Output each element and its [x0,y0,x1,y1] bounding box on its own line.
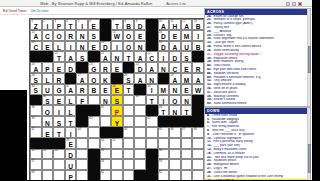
grid-cell[interactable] [181,159,193,170]
cell-number: 42 [31,128,34,131]
black-cell [65,73,77,84]
grid-cell[interactable]: T [146,95,158,106]
grid-cell[interactable]: 55 [100,149,112,160]
grid-cell[interactable]: 61 [100,170,112,180]
black-cell [158,116,170,127]
black-cell [146,149,158,160]
grid-cell[interactable]: S [181,51,193,62]
cell-number: 48 [194,128,197,131]
grid-cell[interactable]: U [181,41,193,52]
grid-cell[interactable]: 4T [65,19,77,30]
grid-cell[interactable]: 60 [30,170,42,180]
grid-cell[interactable]: 18D [100,41,112,52]
grid-cell[interactable]: 22C [146,51,158,62]
grid-cell[interactable]: 5I [76,19,88,30]
black-cell [88,159,100,170]
across-clues-box: ACROSS 24. Exam for college srs.25. Memb… [204,8,311,107]
black-cell [42,51,54,62]
grid-cell[interactable]: P [65,170,77,180]
grid-cell[interactable]: W [192,84,204,95]
cell-number: 56 [159,149,162,152]
grid-cell[interactable]: 16D [158,30,170,41]
cell-number: 39 [31,117,34,120]
down-clues-box: DOWN 4. Three-note chord5. Roadside lodg… [204,107,311,180]
grid-cell[interactable]: 20T [53,51,65,62]
grid-cell[interactable]: N [76,30,88,41]
grid-cell[interactable] [123,105,135,116]
clue-item[interactable]: 60. Slow-simmered entree [205,102,310,106]
grid-cell[interactable]: S [111,95,123,106]
grid-cell[interactable]: 47 [181,127,193,138]
cell-number: 57 [31,160,34,163]
grid-cell[interactable]: A [192,73,204,84]
black-cell [146,105,158,116]
grid-cell[interactable]: N [134,41,146,52]
grid-cell[interactable]: 3P [53,19,65,30]
grid-cell[interactable]: L [42,73,54,84]
grid-cell[interactable]: 25D [134,62,146,73]
black-cell [30,51,42,62]
grid-cell[interactable]: R [53,73,65,84]
cell-number: 59 [159,160,162,163]
grid-cell[interactable] [123,95,135,106]
black-cell [146,41,158,52]
grid-cell[interactable] [181,149,193,160]
grid-cell[interactable]: 39 [30,116,42,127]
grid-cell[interactable]: R [65,30,77,41]
grid-cell[interactable]: 38T [158,105,170,116]
grid-cell[interactable]: A [134,73,146,84]
grid-cell[interactable]: Y [111,116,123,127]
grid-cell[interactable]: E [88,41,100,52]
grid-cell[interactable]: N [42,116,54,127]
grid-cell[interactable]: R [76,84,88,95]
black-cell [100,127,112,138]
black-cell [111,73,123,84]
grid-cell[interactable]: 42 [30,127,42,138]
cell-number: 45 [159,128,162,131]
grid-cell[interactable]: N [100,95,112,106]
grid-cell[interactable] [192,159,204,170]
grid-cell[interactable] [169,149,181,160]
close-button[interactable] [298,2,302,6]
grid-cell[interactable]: N [169,84,181,95]
grid-cell[interactable]: 44 [123,127,135,138]
grid-cell[interactable]: N [111,51,123,62]
black-cell [100,30,112,41]
grid-cell[interactable]: 45 [158,127,170,138]
grid-cell[interactable]: O [42,105,54,116]
black-cell [158,73,170,84]
grid-cell[interactable]: N [169,105,181,116]
black-cell [53,138,65,149]
clue-item[interactable]: 32. Catch sight of [205,179,310,181]
cell-number: 58 [101,160,104,163]
grid-cell[interactable] [111,170,123,180]
grid-cell[interactable]: 1Z [30,19,42,30]
down-scrollbar[interactable] [307,108,310,180]
cell-number: 40 [89,117,92,120]
black-cell [192,105,204,116]
black-cell [76,105,88,116]
cell-number: 50 [101,139,104,142]
grid-cell[interactable] [192,149,204,160]
grid-cell[interactable]: 40 [88,116,100,127]
grid-cell[interactable]: I [111,41,123,52]
grid-cell[interactable] [76,159,88,170]
grid-cell[interactable]: 36 [30,105,42,116]
grid-cell[interactable]: I [192,30,204,41]
grid-cell[interactable]: T [65,116,77,127]
black-cell [42,138,54,149]
grid-cell[interactable]: 31A [65,84,77,95]
grid-cell[interactable]: D [65,149,77,160]
grid-cell[interactable]: M [181,73,193,84]
grid-cell[interactable]: 15W [111,30,123,41]
across-scrollbar-thumb[interactable] [308,46,311,73]
app-window: Web - By Shannon Rapp & Will Eisenberg /… [0,0,312,180]
black-cell [146,30,158,41]
grid-cell[interactable] [123,149,135,160]
grid-cell[interactable]: 53 [42,149,54,160]
grid-cell[interactable] [192,138,204,149]
grid-cell[interactable] [76,149,88,160]
black-cell [88,170,100,180]
grid-cell[interactable]: O [169,95,181,106]
black-cell [146,19,158,30]
grid-cell[interactable]: 28S [123,73,135,84]
black-cell [111,127,123,138]
black-cell [88,149,100,160]
grid-cell[interactable]: A [134,51,146,62]
grid-cell[interactable]: I [158,95,170,106]
grid-cell[interactable]: O [123,30,135,41]
grid-cell[interactable]: R [192,62,204,73]
cell-number: 44 [124,128,127,131]
toolbar-timer-label[interactable]: Ed Used Timer [3,9,27,13]
grid-cell[interactable] [134,116,146,127]
grid-cell[interactable]: T [53,127,65,138]
grid-cell[interactable]: U [65,159,77,170]
grid-cell[interactable]: E [181,84,193,95]
grid-cell[interactable] [76,138,88,149]
grid-cell[interactable]: S [76,51,88,62]
grid-cell[interactable]: E [100,84,112,95]
grid-cell[interactable]: L [53,41,65,52]
grid-cell[interactable]: S [88,30,100,41]
grid-cell[interactable]: 35 [134,95,146,106]
grid-cell[interactable]: B [88,84,100,95]
grid-cell[interactable]: N [146,73,158,84]
grid-cell[interactable]: 43 [76,127,88,138]
grid-cell[interactable] [53,159,65,170]
minimize-button[interactable] [286,2,290,6]
grid-cell[interactable]: 6E [88,19,100,30]
window-title: Web - By Shannon Rapp & Will Eisenberg /… [40,1,152,6]
grid-cell[interactable]: E [53,62,65,73]
grid-cell[interactable]: F [76,95,88,106]
grid-cell[interactable]: 11H [169,19,181,30]
cell-number: 36 [31,106,34,109]
grid-cell[interactable]: E [134,30,146,41]
crossword-grid[interactable]: 1Z2I3P4T5I6E7T8B9D10A11H12A13B14ACORNS15… [29,18,205,180]
black-cell [181,116,193,127]
grid-cell[interactable] [169,159,181,170]
grid-cell[interactable]: S [53,116,65,127]
grid-cell[interactable]: E [169,30,181,41]
black-cell [146,159,158,170]
grid-cell[interactable] [134,159,146,170]
grid-cell[interactable]: 14A [30,30,42,41]
grid-cell[interactable] [53,170,65,180]
across-scrollbar[interactable] [307,9,310,106]
cell-number: 35 [136,95,139,98]
cell-number: 41 [147,117,150,120]
grid-cell[interactable]: A [169,41,181,52]
grid-cell[interactable] [146,127,158,138]
grid-cell[interactable]: A [146,62,158,73]
grid-cell[interactable] [111,149,123,160]
grid-cell[interactable] [76,170,88,180]
grid-cell[interactable]: M [181,30,193,41]
grid-cell[interactable] [123,170,135,180]
grid-cell[interactable]: 41 [146,116,158,127]
grid-cell[interactable]: D [65,62,77,73]
down-scrollbar-thumb[interactable] [308,144,311,173]
cell-number: 46 [171,128,174,131]
grid-cell[interactable]: K [100,73,112,84]
cell-number: 52 [31,149,34,152]
grid-cell[interactable]: 51 [111,138,123,149]
cell-number: 60 [31,171,34,174]
grid-cell[interactable] [146,138,158,149]
across-clue-list[interactable]: 24. Exam for college srs.25. Member of a… [205,15,310,107]
black-cell [76,62,88,73]
grid-cell[interactable] [134,138,146,149]
grid-cell[interactable]: 9D [134,19,146,30]
grid-cell[interactable]: 62 [158,170,170,180]
grid-cell[interactable]: 27A [76,73,88,84]
grid-cell[interactable]: E [42,127,54,138]
grid-cell[interactable] [169,138,181,149]
grid-cell[interactable] [88,95,100,106]
title-bar: Web - By Shannon Rapp & Will Eisenberg /… [0,0,312,7]
grid-cell[interactable] [181,138,193,149]
grid-cell[interactable]: L [65,95,77,106]
grid-cell[interactable] [88,127,100,138]
grid-cell[interactable]: I [65,41,77,52]
cell-number: 43 [78,128,81,131]
cell-number: 54 [55,149,58,152]
grid-cell[interactable] [134,105,146,116]
grid-cell[interactable]: 7T [111,19,123,30]
grid-cell[interactable]: 29A [169,73,181,84]
grid-cell[interactable] [111,159,123,170]
grid-cell[interactable]: 30S [30,84,42,95]
window-title-app: Across Lite [166,1,186,6]
grid-cell[interactable]: 21A [100,51,112,62]
black-cell [192,95,204,106]
grid-cell[interactable]: I [53,105,65,116]
grid-cell[interactable] [192,170,204,180]
grid-cell[interactable]: T [123,84,135,95]
grid-cell[interactable]: 17C [30,41,42,52]
grid-cell[interactable]: M [158,84,170,95]
grid-cell[interactable]: 37 [100,105,112,116]
grid-cell[interactable]: E [181,62,193,73]
toolbar-timer-value: 0m 0s over [31,9,49,13]
grid-cell[interactable]: 8B [123,19,135,30]
grid-cell[interactable]: P [111,105,123,116]
grid-cell[interactable]: G [53,84,65,95]
grid-cell[interactable] [123,138,135,149]
clue-panel: ACROSS 24. Exam for college srs.25. Memb… [204,8,311,180]
maximize-button[interactable] [292,2,296,6]
grid-cell[interactable]: 57 [30,159,42,170]
grid-cell[interactable] [42,170,54,180]
grid-cell[interactable]: 48 [192,127,204,138]
grid-cell[interactable] [169,170,181,180]
cell-number: 61 [101,171,104,174]
cell-letter: P [66,174,76,180]
cell-number: 53 [43,149,46,152]
grid-cell[interactable]: N [158,62,170,73]
grid-cell[interactable]: 34S [42,95,54,106]
grid-cell[interactable]: O [123,41,135,52]
grid-cell[interactable]: 56 [158,149,170,160]
window-controls [286,2,302,6]
grid-cell[interactable]: E [42,41,54,52]
grid-cell[interactable]: T [123,51,135,62]
desktop-background-strip [312,0,320,180]
grid-cell[interactable]: 19D [158,41,170,52]
grid-cell[interactable] [42,159,54,170]
grid-cell[interactable]: 10A [158,19,170,30]
grid-cell[interactable] [134,149,146,160]
black-cell [123,62,135,73]
cell-number: 55 [101,149,104,152]
grid-cell[interactable]: 54 [53,149,65,160]
cell-number: 51 [113,139,116,142]
grid-cell[interactable]: N [76,41,88,52]
grid-cell[interactable] [158,138,170,149]
cell-number: 37 [101,106,104,109]
grid-cell[interactable]: 49E [65,138,77,149]
grid-cell[interactable]: U [42,84,54,95]
grid-cell[interactable]: O [88,73,100,84]
grid-cell[interactable]: 52 [30,149,42,160]
grid-cell[interactable]: 2I [42,19,54,30]
grid-cell[interactable]: 58 [100,159,112,170]
grid-cell[interactable]: 13B [192,19,204,30]
grid-cell[interactable]: C [42,30,54,41]
black-cell [169,116,181,127]
grid-cell[interactable]: I [158,51,170,62]
grid-cell[interactable]: 46 [169,127,181,138]
grid-cell[interactable]: I [65,127,77,138]
grid-cell[interactable]: 33I [146,84,158,95]
grid-cell[interactable]: 24G [88,62,100,73]
grid-cell[interactable]: 23A [30,62,42,73]
down-clue-list[interactable]: 4. Three-note chord5. Roadside lodgings6… [205,114,310,180]
black-cell [134,84,146,95]
grid-cell[interactable]: D [169,51,181,62]
black-cell [192,51,204,62]
black-cell [30,95,42,106]
black-cell [30,138,42,149]
grid-cell[interactable]: T [181,105,193,116]
grid-cell[interactable]: R [100,62,112,73]
cell-number: 47 [182,128,185,131]
grid-cell[interactable] [123,159,135,170]
grid-cell[interactable]: C [169,62,181,73]
black-cell [76,116,88,127]
grid-cell[interactable]: A [65,51,77,62]
black-cell [192,116,204,127]
black-cell [134,170,146,180]
grid-cell[interactable]: P [42,62,54,73]
black-cell [146,170,158,180]
grid-cell[interactable] [100,116,112,127]
grid-cell[interactable]: E [53,95,65,106]
grid-cell[interactable]: B [192,41,204,52]
grid-cell[interactable] [123,116,135,127]
grid-cell[interactable] [181,170,193,180]
grid-cell[interactable] [134,127,146,138]
grid-cell[interactable]: 59 [158,159,170,170]
grid-cell[interactable] [88,138,100,149]
grid-cell[interactable]: L [65,105,77,116]
grid-cell[interactable]: 26S [30,73,42,84]
cell-number: 62 [159,171,162,174]
grid-cell[interactable]: 32E [111,84,123,95]
black-cell [88,51,100,62]
black-cell [100,19,112,30]
desktop-background-patch [0,90,27,180]
grid-cell[interactable]: 50 [100,138,112,149]
grid-cell[interactable]: N [181,95,193,106]
black-cell [88,105,100,116]
grid-cell[interactable]: 12A [181,19,193,30]
grid-cell[interactable]: E [111,62,123,73]
grid-cell[interactable]: O [53,30,65,41]
